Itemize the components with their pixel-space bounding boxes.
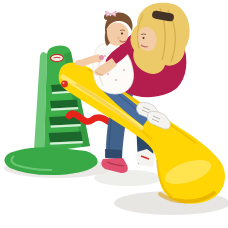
scene-illustration: Blonde woman helping a toddler girl sit … [0,0,228,228]
lock-knob-glint [63,82,65,84]
product-photo: Blonde woman helping a toddler girl sit … [0,0,228,228]
top-dot [123,69,125,71]
woman-brow [141,34,146,35]
child-blush [117,36,120,39]
top-dot [104,55,106,57]
jeans-cuff [105,149,122,159]
pink-toy [99,55,103,59]
little-tikes-logo [51,54,64,61]
top-dot [107,73,109,75]
lock-knob [61,81,68,88]
top-dot [115,79,117,81]
child-eye [121,32,123,34]
mid-floor-shadow [94,170,162,186]
child-brow [120,30,125,31]
ladder-step-slot-2 [50,100,78,109]
woman-eye [143,37,145,39]
ladder-step-slot-4 [49,132,83,143]
